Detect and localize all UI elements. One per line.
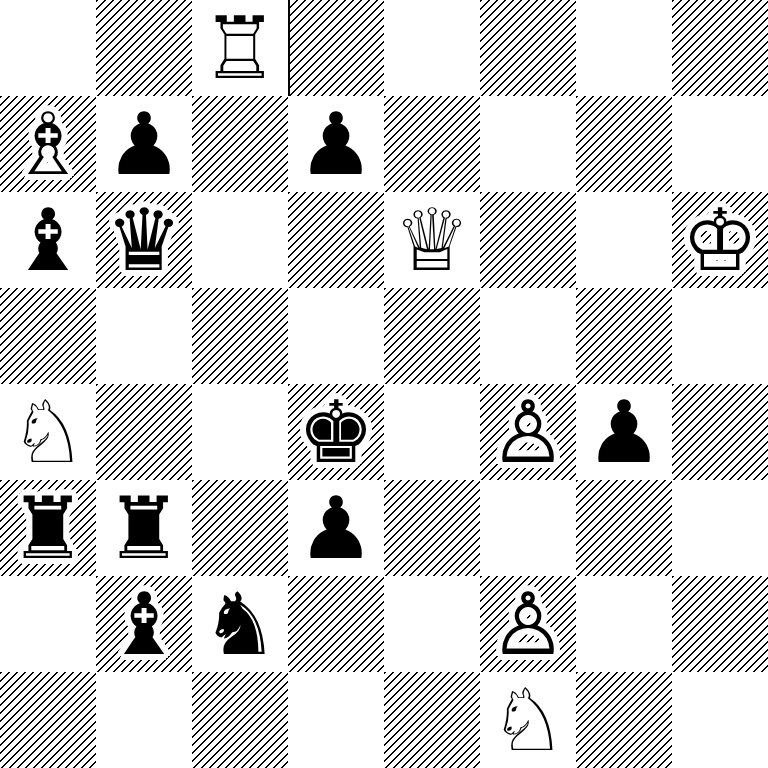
piece-black-king-d4: ♚ (297, 384, 374, 480)
piece-black-queen-b6: ♛ (105, 192, 182, 288)
square-e4[interactable] (384, 384, 480, 480)
piece-black-pawn-b7: ♟ (105, 96, 182, 192)
piece-white-rook-c8: ♖ (201, 0, 278, 96)
square-e7[interactable] (384, 96, 480, 192)
square-b5[interactable] (96, 288, 192, 384)
square-a8[interactable] (0, 0, 96, 96)
square-a2[interactable] (0, 576, 96, 672)
square-b1[interactable] (96, 672, 192, 768)
square-a6[interactable]: ♝ (0, 192, 96, 288)
square-a7[interactable]: ♗ (0, 96, 96, 192)
square-b3[interactable]: ♜ (96, 480, 192, 576)
square-f5[interactable] (480, 288, 576, 384)
square-e6[interactable]: ♕ (384, 192, 480, 288)
piece-black-bishop-b2: ♝ (105, 576, 182, 672)
piece-white-pawn-f2: ♙ (489, 576, 566, 672)
square-a4[interactable]: ♘ (0, 384, 96, 480)
square-g2[interactable] (576, 576, 672, 672)
piece-white-bishop-a7: ♗ (9, 96, 86, 192)
square-d2[interactable] (288, 576, 384, 672)
piece-black-bishop-a6: ♝ (9, 192, 86, 288)
piece-white-knight-a4: ♘ (9, 384, 86, 480)
piece-black-rook-b3: ♜ (105, 480, 182, 576)
piece-white-pawn-f4: ♙ (489, 384, 566, 480)
square-c4[interactable] (192, 384, 288, 480)
square-b2[interactable]: ♝ (96, 576, 192, 672)
square-c5[interactable] (192, 288, 288, 384)
square-b8[interactable] (96, 0, 192, 96)
square-e1[interactable] (384, 672, 480, 768)
square-g5[interactable] (576, 288, 672, 384)
square-e5[interactable] (384, 288, 480, 384)
square-a1[interactable] (0, 672, 96, 768)
square-d6[interactable] (288, 192, 384, 288)
chess-board: ♖♗♟♟♝♛♕♔♘♚♙♟♜♜♟♝♞♙♘ (0, 0, 768, 768)
square-d8[interactable] (288, 0, 384, 96)
piece-black-rook-a3: ♜ (9, 480, 86, 576)
square-c8[interactable]: ♖ (192, 0, 288, 96)
square-f1[interactable]: ♘ (480, 672, 576, 768)
square-a5[interactable] (0, 288, 96, 384)
square-b4[interactable] (96, 384, 192, 480)
piece-black-knight-c2: ♞ (201, 576, 278, 672)
square-f3[interactable] (480, 480, 576, 576)
square-h3[interactable] (672, 480, 768, 576)
square-g4[interactable]: ♟ (576, 384, 672, 480)
square-h4[interactable] (672, 384, 768, 480)
square-h6[interactable]: ♔ (672, 192, 768, 288)
square-h5[interactable] (672, 288, 768, 384)
square-c7[interactable] (192, 96, 288, 192)
piece-white-king-h6: ♔ (681, 192, 758, 288)
square-h1[interactable] (672, 672, 768, 768)
square-b6[interactable]: ♛ (96, 192, 192, 288)
square-c2[interactable]: ♞ (192, 576, 288, 672)
square-e2[interactable] (384, 576, 480, 672)
square-h7[interactable] (672, 96, 768, 192)
square-c3[interactable] (192, 480, 288, 576)
square-a3[interactable]: ♜ (0, 480, 96, 576)
square-g8[interactable] (576, 0, 672, 96)
square-f2[interactable]: ♙ (480, 576, 576, 672)
square-h2[interactable] (672, 576, 768, 672)
square-f8[interactable] (480, 0, 576, 96)
piece-black-pawn-g4: ♟ (585, 384, 662, 480)
square-c6[interactable] (192, 192, 288, 288)
piece-black-pawn-d3: ♟ (297, 480, 374, 576)
square-g3[interactable] (576, 480, 672, 576)
square-d4[interactable]: ♚ (288, 384, 384, 480)
square-d7[interactable]: ♟ (288, 96, 384, 192)
piece-black-pawn-d7: ♟ (297, 96, 374, 192)
square-g6[interactable] (576, 192, 672, 288)
square-f6[interactable] (480, 192, 576, 288)
square-g7[interactable] (576, 96, 672, 192)
square-e3[interactable] (384, 480, 480, 576)
square-d3[interactable]: ♟ (288, 480, 384, 576)
square-f4[interactable]: ♙ (480, 384, 576, 480)
piece-white-knight-f1: ♘ (489, 672, 566, 768)
square-b7[interactable]: ♟ (96, 96, 192, 192)
square-f7[interactable] (480, 96, 576, 192)
piece-white-queen-e6: ♕ (393, 192, 470, 288)
square-d1[interactable] (288, 672, 384, 768)
square-g1[interactable] (576, 672, 672, 768)
square-h8[interactable] (672, 0, 768, 96)
square-d5[interactable] (288, 288, 384, 384)
square-c1[interactable] (192, 672, 288, 768)
square-e8[interactable] (384, 0, 480, 96)
